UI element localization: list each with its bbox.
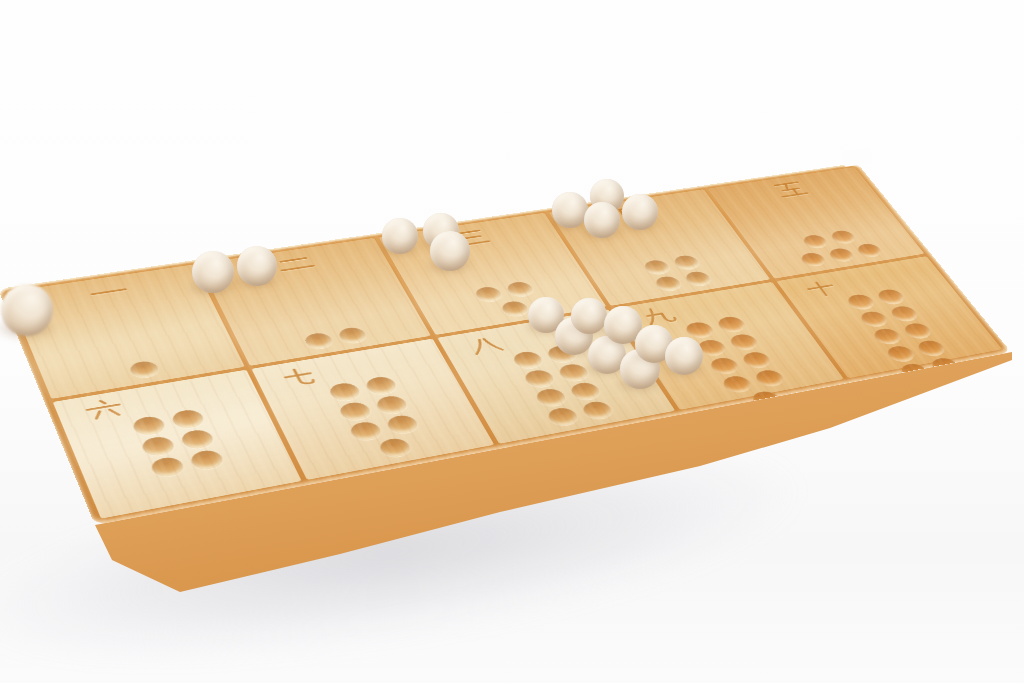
dimple[interactable]: [169, 408, 206, 430]
dimple-cluster-4: [641, 254, 713, 292]
dimple[interactable]: [188, 448, 226, 471]
dimple[interactable]: [653, 275, 684, 292]
dimple[interactable]: [130, 415, 167, 437]
dimple[interactable]: [727, 332, 762, 351]
dimple-cluster-6: [130, 408, 225, 478]
dimple[interactable]: [800, 233, 830, 249]
dimple[interactable]: [798, 251, 829, 267]
numeral-7-engraving: [276, 362, 327, 391]
dimple[interactable]: [510, 350, 545, 370]
dimple[interactable]: [870, 327, 904, 346]
dimple[interactable]: [715, 315, 749, 334]
dimple-cluster-7: [326, 375, 431, 462]
dimple[interactable]: [752, 368, 787, 388]
dimple[interactable]: [373, 394, 409, 415]
numeral-3-engraving: [446, 224, 495, 250]
dimple-cluster-2: [302, 326, 369, 350]
dimple[interactable]: [844, 293, 878, 311]
dimple[interactable]: [533, 387, 569, 408]
dimple[interactable]: [579, 400, 615, 421]
dimple[interactable]: [384, 413, 421, 435]
dimple-cluster-3: [472, 280, 546, 320]
dimple[interactable]: [739, 350, 774, 370]
dimple[interactable]: [855, 242, 885, 258]
dimple[interactable]: [504, 280, 536, 297]
dimple[interactable]: [127, 359, 160, 378]
dimple[interactable]: [857, 310, 891, 329]
dimple[interactable]: [363, 375, 399, 396]
numeral-10-engraving: [797, 276, 844, 301]
dimple[interactable]: [682, 320, 716, 339]
dimple[interactable]: [828, 229, 858, 245]
dimple[interactable]: [521, 368, 557, 388]
dimple-cluster-5: [786, 227, 885, 268]
dimple[interactable]: [499, 300, 531, 318]
dimple[interactable]: [875, 288, 909, 306]
dimple[interactable]: [914, 339, 948, 358]
dimple[interactable]: [472, 285, 504, 302]
dimple[interactable]: [695, 338, 730, 357]
dimple[interactable]: [567, 381, 603, 402]
dimple[interactable]: [544, 344, 579, 364]
dimple[interactable]: [148, 455, 186, 478]
numeral-5-engraving: [767, 177, 814, 201]
dimple[interactable]: [556, 362, 591, 382]
dimple[interactable]: [683, 270, 714, 287]
dimple[interactable]: [707, 356, 742, 376]
dimple[interactable]: [671, 254, 702, 270]
dimple[interactable]: [901, 321, 935, 340]
dimple[interactable]: [139, 435, 176, 458]
board-edge-notch: [842, 148, 872, 167]
dimple[interactable]: [545, 406, 581, 427]
dimple-cluster-8: [510, 344, 615, 427]
board-caption: Overhead-angle photo of a natural wooden…: [0, 0, 1, 1]
dimple[interactable]: [326, 381, 362, 402]
numeral-8-engraving: [461, 331, 510, 359]
dimple[interactable]: [337, 400, 373, 421]
dimple[interactable]: [178, 428, 215, 450]
dimple[interactable]: [827, 247, 857, 263]
dimple-cluster-1: [127, 359, 160, 378]
dimple[interactable]: [641, 259, 672, 276]
dimple[interactable]: [376, 436, 413, 458]
photo-scene: Overhead-angle photo of a natural wooden…: [0, 0, 1024, 683]
numeral-6-engraving: [78, 394, 130, 425]
dimple[interactable]: [884, 344, 918, 363]
dimple[interactable]: [720, 374, 755, 394]
dimple[interactable]: [888, 304, 922, 322]
numeral-9-engraving: [634, 303, 682, 330]
dimple[interactable]: [347, 420, 384, 442]
dimple[interactable]: [336, 326, 369, 344]
dimple[interactable]: [302, 331, 335, 350]
numeral-4-engraving: [611, 200, 659, 225]
numeral-1-engraving: [82, 277, 134, 306]
numeral-2-engraving: [270, 250, 321, 277]
